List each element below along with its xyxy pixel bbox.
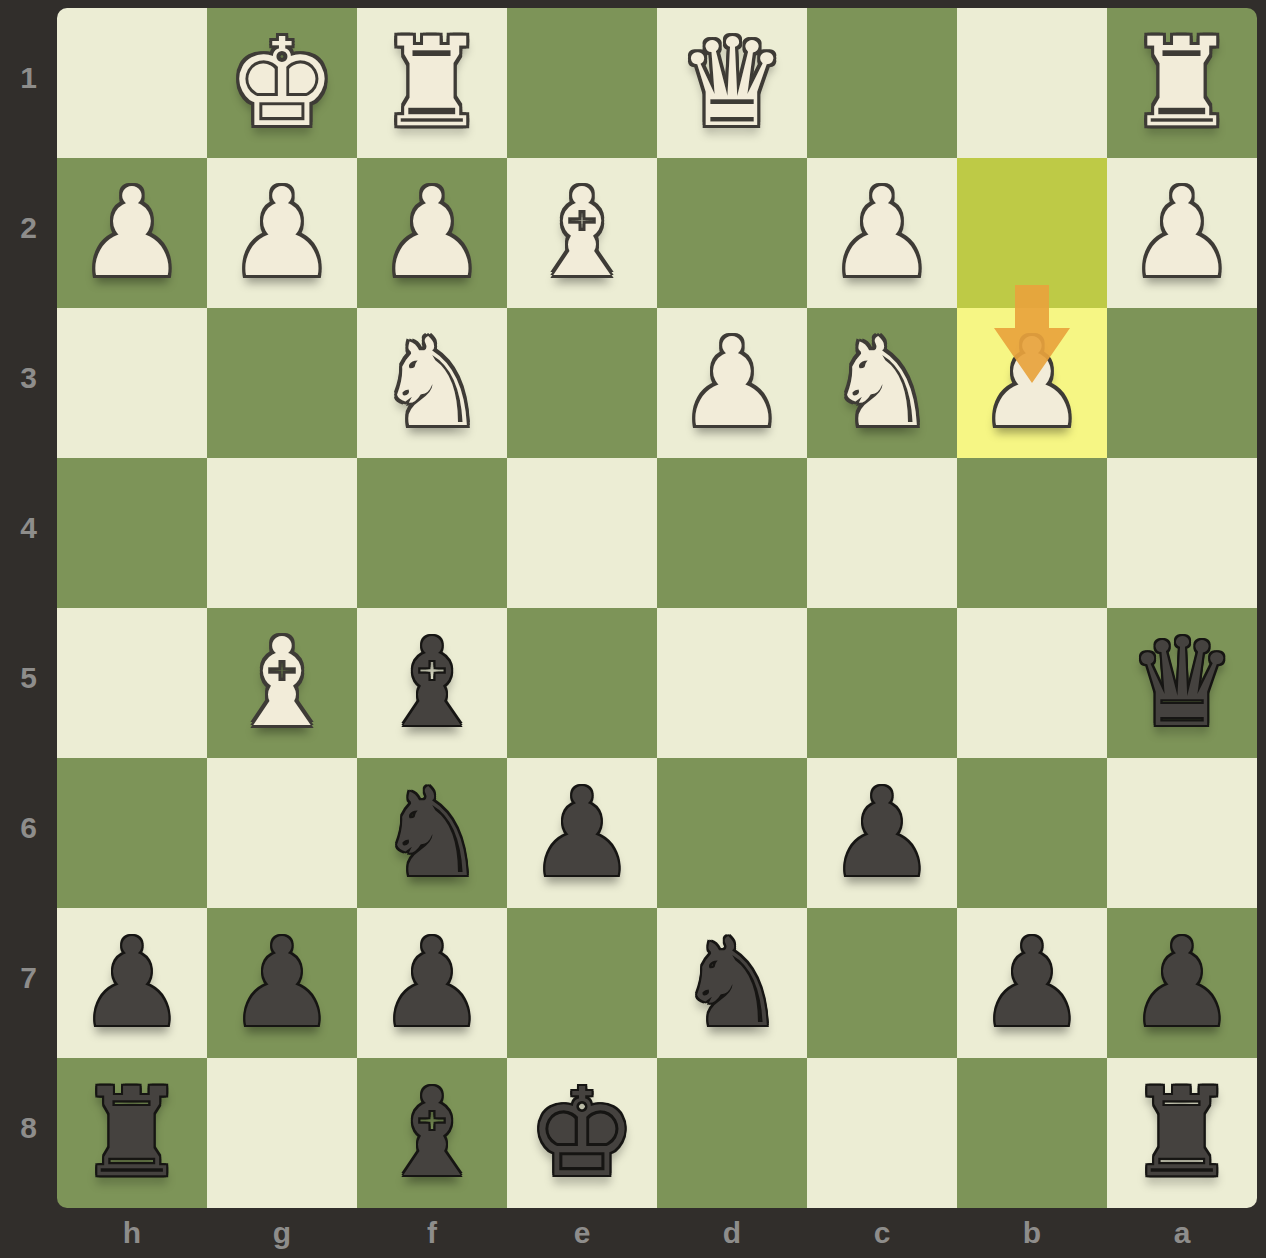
file-label-f: f: [357, 1208, 507, 1258]
square-g7[interactable]: ♟: [207, 908, 357, 1058]
file-label-h: h: [57, 1208, 207, 1258]
square-a3[interactable]: [1107, 308, 1257, 458]
square-d4[interactable]: [657, 458, 807, 608]
square-h1[interactable]: [57, 8, 207, 158]
square-c2[interactable]: ♟: [807, 158, 957, 308]
square-f4[interactable]: [357, 458, 507, 608]
black-queen[interactable]: ♛: [1107, 608, 1257, 758]
rank-label-2: 2: [0, 158, 57, 308]
file-labels-gutter: hgfedcba: [57, 1208, 1257, 1258]
square-a4[interactable]: [1107, 458, 1257, 608]
chess-board[interactable]: ♚♜♛♜♟♟♟♝♟♟♞♟♞♟♝♝♛♞♟♟♟♟♟♞♟♟♜♝♚♜: [57, 8, 1257, 1208]
black-bishop[interactable]: ♝: [357, 608, 507, 758]
rank-label-6: 6: [0, 758, 57, 908]
square-g8[interactable]: [207, 1058, 357, 1208]
file-label-e: e: [507, 1208, 657, 1258]
square-g2[interactable]: ♟: [207, 158, 357, 308]
white-pawn[interactable]: ♟: [57, 158, 207, 308]
file-label-g: g: [207, 1208, 357, 1258]
square-a8[interactable]: ♜: [1107, 1058, 1257, 1208]
rank-label-1: 1: [0, 8, 57, 158]
white-rook[interactable]: ♜: [1107, 8, 1257, 158]
square-f6[interactable]: ♞: [357, 758, 507, 908]
square-f5[interactable]: ♝: [357, 608, 507, 758]
square-e4[interactable]: [507, 458, 657, 608]
square-f2[interactable]: ♟: [357, 158, 507, 308]
board-frame: 12345678 ♚♜♛♜♟♟♟♝♟♟♞♟♞♟♝♝♛♞♟♟♟♟♟♞♟♟♜♝♚♜ …: [0, 0, 1266, 1258]
square-a2[interactable]: ♟: [1107, 158, 1257, 308]
black-pawn[interactable]: ♟: [207, 908, 357, 1058]
square-b1[interactable]: [957, 8, 1107, 158]
square-c7[interactable]: [807, 908, 957, 1058]
square-e2[interactable]: ♝: [507, 158, 657, 308]
black-pawn[interactable]: ♟: [357, 908, 507, 1058]
black-pawn[interactable]: ♟: [507, 758, 657, 908]
square-e3[interactable]: [507, 308, 657, 458]
square-e7[interactable]: [507, 908, 657, 1058]
white-bishop[interactable]: ♝: [507, 158, 657, 308]
square-h4[interactable]: [57, 458, 207, 608]
square-a1[interactable]: ♜: [1107, 8, 1257, 158]
square-f3[interactable]: ♞: [357, 308, 507, 458]
rank-labels-gutter: 12345678: [0, 8, 57, 1208]
black-pawn[interactable]: ♟: [1107, 908, 1257, 1058]
white-pawn[interactable]: ♟: [207, 158, 357, 308]
black-pawn[interactable]: ♟: [957, 908, 1107, 1058]
square-g4[interactable]: [207, 458, 357, 608]
black-rook[interactable]: ♜: [1107, 1058, 1257, 1208]
square-g3[interactable]: [207, 308, 357, 458]
square-a7[interactable]: ♟: [1107, 908, 1257, 1058]
square-h5[interactable]: [57, 608, 207, 758]
black-knight[interactable]: ♞: [657, 908, 807, 1058]
square-e6[interactable]: ♟: [507, 758, 657, 908]
square-b7[interactable]: ♟: [957, 908, 1107, 1058]
white-pawn[interactable]: ♟: [957, 308, 1107, 458]
square-h8[interactable]: ♜: [57, 1058, 207, 1208]
square-e8[interactable]: ♚: [507, 1058, 657, 1208]
rank-label-4: 4: [0, 458, 57, 608]
black-bishop[interactable]: ♝: [357, 1058, 507, 1208]
file-label-c: c: [807, 1208, 957, 1258]
file-label-a: a: [1107, 1208, 1257, 1258]
square-e1[interactable]: [507, 8, 657, 158]
white-king[interactable]: ♚: [207, 8, 357, 158]
white-pawn[interactable]: ♟: [807, 158, 957, 308]
white-bishop[interactable]: ♝: [207, 608, 357, 758]
square-d6[interactable]: [657, 758, 807, 908]
white-knight[interactable]: ♞: [807, 308, 957, 458]
square-d1[interactable]: ♛: [657, 8, 807, 158]
square-d5[interactable]: [657, 608, 807, 758]
square-b3[interactable]: ♟: [957, 308, 1107, 458]
square-b2[interactable]: [957, 158, 1107, 308]
black-pawn[interactable]: ♟: [57, 908, 207, 1058]
square-a6[interactable]: [1107, 758, 1257, 908]
square-h6[interactable]: [57, 758, 207, 908]
black-rook[interactable]: ♜: [57, 1058, 207, 1208]
black-pawn[interactable]: ♟: [807, 758, 957, 908]
square-g6[interactable]: [207, 758, 357, 908]
square-d7[interactable]: ♞: [657, 908, 807, 1058]
square-g5[interactable]: ♝: [207, 608, 357, 758]
square-c3[interactable]: ♞: [807, 308, 957, 458]
white-pawn[interactable]: ♟: [1107, 158, 1257, 308]
white-pawn[interactable]: ♟: [357, 158, 507, 308]
black-knight[interactable]: ♞: [357, 758, 507, 908]
white-rook[interactable]: ♜: [357, 8, 507, 158]
black-king[interactable]: ♚: [507, 1058, 657, 1208]
square-g1[interactable]: ♚: [207, 8, 357, 158]
white-queen[interactable]: ♛: [657, 8, 807, 158]
file-label-b: b: [957, 1208, 1107, 1258]
square-c5[interactable]: [807, 608, 957, 758]
square-c6[interactable]: ♟: [807, 758, 957, 908]
file-label-d: d: [657, 1208, 807, 1258]
rank-label-7: 7: [0, 908, 57, 1058]
square-c8[interactable]: [807, 1058, 957, 1208]
square-h3[interactable]: [57, 308, 207, 458]
square-d8[interactable]: [657, 1058, 807, 1208]
rank-label-5: 5: [0, 608, 57, 758]
square-d3[interactable]: ♟: [657, 308, 807, 458]
square-h2[interactable]: ♟: [57, 158, 207, 308]
square-f7[interactable]: ♟: [357, 908, 507, 1058]
square-h7[interactable]: ♟: [57, 908, 207, 1058]
square-b6[interactable]: [957, 758, 1107, 908]
square-f1[interactable]: ♜: [357, 8, 507, 158]
white-pawn[interactable]: ♟: [657, 308, 807, 458]
square-d2[interactable]: [657, 158, 807, 308]
square-b4[interactable]: [957, 458, 1107, 608]
square-b5[interactable]: [957, 608, 1107, 758]
square-a5[interactable]: ♛: [1107, 608, 1257, 758]
square-b8[interactable]: [957, 1058, 1107, 1208]
square-e5[interactable]: [507, 608, 657, 758]
square-c4[interactable]: [807, 458, 957, 608]
white-knight[interactable]: ♞: [357, 308, 507, 458]
square-c1[interactable]: [807, 8, 957, 158]
rank-label-3: 3: [0, 308, 57, 458]
square-f8[interactable]: ♝: [357, 1058, 507, 1208]
rank-label-8: 8: [0, 1058, 57, 1208]
